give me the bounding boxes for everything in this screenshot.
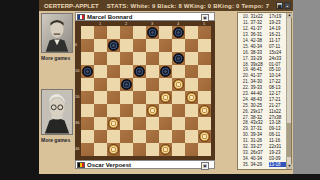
- white-move[interactable]: 36-31: [251, 32, 268, 37]
- black-man[interactable]: [173, 27, 184, 38]
- board-square[interactable]: [94, 78, 107, 91]
- board-square[interactable]: [94, 26, 107, 39]
- board-square[interactable]: [133, 117, 146, 130]
- board-square[interactable]: [198, 26, 211, 39]
- board-col-label: 3: [151, 22, 153, 26]
- board-square[interactable]: [198, 117, 211, 130]
- move-row: 23.44-4012-17: [239, 91, 286, 97]
- board-square[interactable]: [81, 65, 94, 78]
- white-move[interactable]: 34-30: [251, 79, 268, 84]
- move-number: 24.: [239, 97, 249, 102]
- black-move[interactable]: 24x33: [269, 56, 286, 61]
- move-number: 21.: [239, 79, 249, 84]
- move-row: 14.42-3811-17: [239, 38, 286, 44]
- black-move[interactable]: 19-23: [269, 20, 286, 25]
- black-man[interactable]: [82, 66, 93, 77]
- white-move[interactable]: 40-34: [251, 156, 268, 161]
- board-col-label: 5: [203, 22, 205, 26]
- board-square[interactable]: [198, 65, 211, 78]
- board-square[interactable]: [107, 91, 120, 104]
- draughts-applet: OERTERP-APPLET STATS: White: 9 Black: 8 …: [39, 0, 293, 174]
- board-square[interactable]: [198, 130, 211, 143]
- white-move[interactable]: 30-25: [251, 103, 268, 108]
- board-square[interactable]: [185, 117, 198, 130]
- board-square[interactable]: [94, 143, 107, 156]
- black-man[interactable]: [147, 27, 158, 38]
- move-row: 28.43x3213-18: [239, 120, 286, 126]
- board-square[interactable]: [159, 117, 172, 130]
- move-row: 15.40-3407-11: [239, 43, 286, 49]
- board-square[interactable]: [133, 143, 146, 156]
- board-square[interactable]: [198, 104, 211, 117]
- board-square[interactable]: [159, 52, 172, 65]
- move-row: 10.31x2217x19: [239, 14, 286, 20]
- black-move[interactable]: 21-27: [269, 103, 286, 108]
- board-square[interactable]: [159, 26, 172, 39]
- white-man[interactable]: [160, 144, 171, 155]
- board-square[interactable]: [107, 65, 120, 78]
- black-man[interactable]: [160, 66, 171, 77]
- board-square[interactable]: [94, 104, 107, 117]
- board-square[interactable]: [81, 117, 94, 130]
- board-square[interactable]: [185, 39, 198, 52]
- board-square[interactable]: [172, 65, 185, 78]
- board-square[interactable]: [146, 39, 159, 52]
- board-square[interactable]: [172, 117, 185, 130]
- black-move[interactable]: 11x22: [269, 109, 286, 114]
- move-row: 17.33-2924x33: [239, 55, 286, 61]
- board-square[interactable]: [198, 91, 211, 104]
- white-move[interactable]: 34-29: [251, 162, 268, 167]
- board-col-label: 4: [177, 22, 179, 26]
- white-move[interactable]: 39-33: [251, 85, 268, 90]
- black-man[interactable]: [121, 79, 132, 90]
- player-name-bottom: Oscar Verpoest: [87, 162, 131, 168]
- black-move[interactable]: 12-17: [269, 91, 286, 96]
- board-row-label: 16: [75, 69, 79, 73]
- board-row-label: 46: [75, 147, 79, 151]
- move-row: 22.39-3308-13: [239, 85, 286, 91]
- black-move[interactable]: 11-17: [269, 38, 286, 43]
- black-move[interactable]: 05-10: [269, 67, 286, 72]
- board-square[interactable]: [133, 26, 146, 39]
- board-square[interactable]: [81, 78, 94, 91]
- board-square[interactable]: [159, 65, 172, 78]
- board-square[interactable]: [81, 39, 94, 52]
- board-square[interactable]: [198, 143, 211, 156]
- board-square[interactable]: [133, 39, 146, 52]
- move-row: 13.36-3116-21: [239, 32, 286, 38]
- move-row: 25.30-2521-27: [239, 102, 286, 108]
- move-row: 34.40-3403-09: [239, 155, 286, 161]
- board-square[interactable]: [146, 104, 159, 117]
- board-square[interactable]: [81, 26, 94, 39]
- white-move[interactable]: 33-29: [251, 56, 268, 61]
- background-left-band: [0, 0, 39, 180]
- black-move[interactable]: 22x31: [269, 144, 286, 149]
- move-number: 23.: [239, 91, 249, 96]
- player-photo-toggle-bottom[interactable]: ▣: [201, 162, 209, 170]
- black-move[interactable]: 10-14: [269, 73, 286, 78]
- black-move[interactable]: 17x19: [269, 14, 286, 19]
- black-move[interactable]: 15x24: [269, 50, 286, 55]
- move-number: 33.: [239, 150, 249, 155]
- move-row: 21.34-3017-22: [239, 79, 286, 85]
- board-square[interactable]: [94, 65, 107, 78]
- move-row: 33.26x3719-23: [239, 149, 286, 155]
- board-row-label: 26: [75, 95, 79, 99]
- applet-title: OERTERP-APPLET: [44, 3, 99, 9]
- board-square[interactable]: [159, 91, 172, 104]
- draughts-board: 61626364612345: [75, 21, 215, 160]
- board-square[interactable]: [120, 26, 133, 39]
- board-square[interactable]: [198, 52, 211, 65]
- board-square[interactable]: [133, 104, 146, 117]
- move-number: 10.: [239, 14, 249, 19]
- player-bar-bottom: Oscar Verpoest ▣: [75, 160, 215, 169]
- board-square[interactable]: [146, 52, 159, 65]
- move-number: 15.: [239, 44, 249, 49]
- white-man[interactable]: [186, 92, 197, 103]
- board-square[interactable]: [185, 78, 198, 91]
- white-man[interactable]: [199, 105, 210, 116]
- board-square[interactable]: [172, 104, 185, 117]
- move-list-panel: 10.31x2217x1911.37-3219-2312.41-3714-191…: [237, 12, 292, 170]
- board-square[interactable]: [172, 78, 185, 91]
- board-square[interactable]: [81, 104, 94, 117]
- move-number: 32.: [239, 144, 249, 149]
- board-square[interactable]: [94, 117, 107, 130]
- black-move[interactable]: 07-11: [269, 44, 286, 49]
- applet-menu-button[interactable]: ▦: [276, 2, 283, 9]
- board-square[interactable]: [120, 39, 133, 52]
- board-square[interactable]: [133, 91, 146, 104]
- board-square[interactable]: [133, 52, 146, 65]
- board-square[interactable]: [133, 65, 146, 78]
- board-square[interactable]: [185, 91, 198, 104]
- black-move[interactable]: 27x38: [269, 115, 286, 120]
- board-square[interactable]: [120, 91, 133, 104]
- black-move[interactable]: 13-18: [269, 162, 286, 167]
- board-square[interactable]: [185, 130, 198, 143]
- move-number: 27.: [239, 115, 249, 120]
- white-move[interactable]: 46-41: [251, 67, 268, 72]
- board-square[interactable]: [146, 143, 159, 156]
- white-move[interactable]: 38-32: [251, 115, 268, 120]
- scroll-down-icon[interactable]: ▼: [287, 164, 292, 169]
- player-photo-bottom: [41, 89, 73, 135]
- black-move[interactable]: 16-21: [269, 32, 286, 37]
- move-row: 19.46-4105-10: [239, 67, 286, 73]
- board-square[interactable]: [81, 52, 94, 65]
- board-square[interactable]: [94, 52, 107, 65]
- board-square[interactable]: [172, 130, 185, 143]
- background-bottom-band: [0, 174, 320, 180]
- move-number: 18.: [239, 62, 249, 67]
- move-number: 19.: [239, 67, 249, 72]
- white-man[interactable]: [108, 144, 119, 155]
- move-number: 11.: [239, 20, 249, 25]
- board-square[interactable]: [120, 65, 133, 78]
- title-bar: OERTERP-APPLET STATS: White: 9 Black: 8 …: [39, 0, 293, 11]
- board-square[interactable]: [159, 130, 172, 143]
- board-square[interactable]: [172, 143, 185, 156]
- move-row: 26.29x1711x22: [239, 108, 286, 114]
- board-square[interactable]: [107, 117, 120, 130]
- board-square[interactable]: [146, 130, 159, 143]
- white-move[interactable]: 48-43: [251, 97, 268, 102]
- move-row: 27.38-3227x38: [239, 114, 286, 120]
- board-square[interactable]: [133, 130, 146, 143]
- move-row: 20.41-3710-14: [239, 73, 286, 79]
- black-move[interactable]: 17-22: [269, 79, 286, 84]
- board-square[interactable]: [146, 117, 159, 130]
- white-man[interactable]: [147, 105, 158, 116]
- board-square[interactable]: [94, 130, 107, 143]
- board-square[interactable]: [120, 130, 133, 143]
- move-number: 34.: [239, 156, 249, 161]
- more-games-link-top[interactable]: More games: [41, 55, 75, 61]
- black-move[interactable]: 11-16: [269, 138, 286, 143]
- scroll-up-icon[interactable]: ▲: [287, 13, 292, 18]
- board-square[interactable]: [146, 91, 159, 104]
- board-square[interactable]: [94, 39, 107, 52]
- white-move[interactable]: 37-31: [251, 126, 268, 131]
- board-square[interactable]: [107, 26, 120, 39]
- player-bar-top: Marcel Bonnard ▣: [75, 12, 215, 21]
- white-man[interactable]: [173, 79, 184, 90]
- black-move[interactable]: 01-07: [269, 62, 286, 67]
- white-move[interactable]: 42-38: [251, 38, 268, 43]
- flag-belgium-icon: [77, 162, 85, 168]
- move-row: 31.31-2611-16: [239, 138, 286, 144]
- move-row: 29.37-3109-13: [239, 126, 286, 132]
- board-square[interactable]: [146, 78, 159, 91]
- board-square[interactable]: [107, 143, 120, 156]
- black-move[interactable]: 08-13: [269, 85, 286, 90]
- white-man[interactable]: [199, 131, 210, 142]
- white-move[interactable]: 31-26: [251, 138, 268, 143]
- board-square[interactable]: [120, 78, 133, 91]
- white-move[interactable]: 33-27: [251, 144, 268, 149]
- move-row: 11.37-3219-23: [239, 20, 286, 26]
- board-square[interactable]: [107, 130, 120, 143]
- board-square[interactable]: [172, 91, 185, 104]
- move-row: 18.39x2801-07: [239, 61, 286, 67]
- flag-france-icon: [77, 14, 85, 20]
- move-number: 16.: [239, 50, 249, 55]
- board-square[interactable]: [146, 65, 159, 78]
- move-number: 12.: [239, 26, 249, 31]
- stats-text: STATS: White: 9 Black: 8 WKing: 0 BKing:…: [107, 3, 270, 9]
- board-square[interactable]: [107, 39, 120, 52]
- black-move[interactable]: 17-21: [269, 97, 286, 102]
- white-move[interactable]: 38-33: [251, 50, 268, 55]
- move-list-scrollbar[interactable]: ▲ ▼: [286, 13, 291, 169]
- board-square[interactable]: [107, 78, 120, 91]
- board-square[interactable]: [133, 78, 146, 91]
- black-move[interactable]: 03-09: [269, 156, 286, 161]
- board-square[interactable]: [107, 52, 120, 65]
- board-square[interactable]: [172, 26, 185, 39]
- white-move[interactable]: 39x28: [251, 62, 268, 67]
- move-number: 26.: [239, 109, 249, 114]
- board-square[interactable]: [198, 78, 211, 91]
- white-move[interactable]: 29x17: [251, 109, 268, 114]
- board-square[interactable]: [120, 143, 133, 156]
- black-move[interactable]: 14-19: [269, 26, 286, 31]
- move-number: 30.: [239, 132, 249, 137]
- board-square[interactable]: [120, 52, 133, 65]
- move-number: 35.: [239, 162, 249, 167]
- move-number: 31.: [239, 138, 249, 143]
- board-square[interactable]: [120, 104, 133, 117]
- board-col-label: 1: [99, 22, 101, 26]
- move-number: 28.: [239, 120, 249, 125]
- player-name-top: Marcel Bonnard: [87, 14, 132, 20]
- white-move[interactable]: 37-32: [251, 20, 268, 25]
- move-number: 14.: [239, 38, 249, 43]
- white-man[interactable]: [160, 92, 171, 103]
- white-move[interactable]: 40-34: [251, 44, 268, 49]
- black-move[interactable]: 19-23: [269, 150, 286, 155]
- scroll-thumb[interactable]: [287, 123, 291, 157]
- applet-close-button[interactable]: ▪: [284, 2, 291, 9]
- board-square[interactable]: [172, 39, 185, 52]
- board-row-label: 6: [75, 43, 77, 47]
- board-square[interactable]: [120, 117, 133, 130]
- black-man[interactable]: [108, 40, 119, 51]
- more-games-link-bottom[interactable]: More games: [41, 137, 75, 143]
- move-row: 24.48-4317-21: [239, 96, 286, 102]
- black-man[interactable]: [173, 53, 184, 64]
- board-square[interactable]: [81, 130, 94, 143]
- move-row: 35.34-2913-18: [239, 161, 286, 167]
- board-square[interactable]: [185, 52, 198, 65]
- white-move[interactable]: 44-40: [251, 91, 268, 96]
- board-square[interactable]: [159, 39, 172, 52]
- board-square[interactable]: [146, 26, 159, 39]
- white-man[interactable]: [108, 118, 119, 129]
- board-square[interactable]: [94, 91, 107, 104]
- white-move[interactable]: 41-37: [251, 73, 268, 78]
- move-number: 22.: [239, 85, 249, 90]
- board-square[interactable]: [185, 26, 198, 39]
- black-move[interactable]: 09-13: [269, 126, 286, 131]
- black-man[interactable]: [134, 66, 145, 77]
- white-move[interactable]: 43x32: [251, 120, 268, 125]
- board-square[interactable]: [185, 65, 198, 78]
- move-row: 16.38-3315x24: [239, 49, 286, 55]
- board-square[interactable]: [185, 143, 198, 156]
- white-move[interactable]: 31x22: [251, 14, 268, 19]
- board-square[interactable]: [159, 143, 172, 156]
- board-square[interactable]: [172, 52, 185, 65]
- black-move[interactable]: 06-11: [269, 132, 286, 137]
- white-move[interactable]: 41-37: [251, 26, 268, 31]
- black-move[interactable]: 13-18: [269, 120, 286, 125]
- board-col-label: 2: [125, 22, 127, 26]
- board-square[interactable]: [159, 78, 172, 91]
- board-square[interactable]: [107, 104, 120, 117]
- white-move[interactable]: 39-34: [251, 132, 268, 137]
- move-row: 12.41-3714-19: [239, 26, 286, 32]
- move-number: 13.: [239, 32, 249, 37]
- board-square[interactable]: [198, 39, 211, 52]
- board-square[interactable]: [81, 91, 94, 104]
- board-grid: [81, 26, 211, 156]
- move-number: 20.: [239, 73, 249, 78]
- board-square[interactable]: [159, 104, 172, 117]
- move-number: 25.: [239, 103, 249, 108]
- move-number: 17.: [239, 56, 249, 61]
- player-photo-top: [41, 13, 73, 53]
- board-square[interactable]: [185, 104, 198, 117]
- move-row: 32.33-2722x31: [239, 144, 286, 150]
- board-square[interactable]: [81, 143, 94, 156]
- white-move[interactable]: 26x37: [251, 150, 268, 155]
- board-row-label: 36: [75, 121, 79, 125]
- move-row: 30.39-3406-11: [239, 132, 286, 138]
- move-number: 29.: [239, 126, 249, 131]
